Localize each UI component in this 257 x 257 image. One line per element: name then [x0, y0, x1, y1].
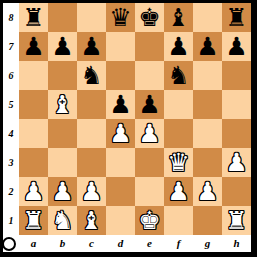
- square-h6[interactable]: [222, 61, 251, 90]
- rank-label-1: 1: [3, 206, 19, 235]
- square-h8[interactable]: ♜: [222, 3, 251, 32]
- piece-black-pawn[interactable]: ♟: [109, 90, 131, 119]
- piece-black-pawn[interactable]: ♟: [80, 32, 102, 61]
- square-b4[interactable]: [48, 119, 77, 148]
- square-a6[interactable]: [19, 61, 48, 90]
- square-f3[interactable]: ♛: [164, 148, 193, 177]
- square-g8[interactable]: [193, 3, 222, 32]
- file-label-b: b: [48, 235, 77, 252]
- piece-white-queen[interactable]: ♛: [167, 148, 189, 177]
- square-f6[interactable]: ♞: [164, 61, 193, 90]
- bottom-strip: abcdefgh: [3, 235, 251, 252]
- square-b2[interactable]: ♟: [48, 177, 77, 206]
- square-a4[interactable]: [19, 119, 48, 148]
- square-b5[interactable]: ♝: [48, 90, 77, 119]
- square-f7[interactable]: ♟: [164, 32, 193, 61]
- square-d2[interactable]: [106, 177, 135, 206]
- square-c4[interactable]: [77, 119, 106, 148]
- white-to-move-indicator: [2, 237, 16, 251]
- piece-black-pawn[interactable]: ♟: [167, 32, 189, 61]
- rank-label-8: 8: [3, 3, 19, 32]
- square-a3[interactable]: [19, 148, 48, 177]
- square-a1[interactable]: ♜: [19, 206, 48, 235]
- square-a5[interactable]: [19, 90, 48, 119]
- square-g1[interactable]: [193, 206, 222, 235]
- square-a2[interactable]: ♟: [19, 177, 48, 206]
- file-label-h: h: [222, 235, 251, 252]
- square-c1[interactable]: ♝: [77, 206, 106, 235]
- square-b6[interactable]: [48, 61, 77, 90]
- piece-black-rook[interactable]: ♜: [22, 3, 44, 32]
- square-h5[interactable]: [222, 90, 251, 119]
- square-h7[interactable]: ♟: [222, 32, 251, 61]
- square-b7[interactable]: ♟: [48, 32, 77, 61]
- square-a8[interactable]: ♜: [19, 3, 48, 32]
- square-h2[interactable]: [222, 177, 251, 206]
- square-g4[interactable]: [193, 119, 222, 148]
- square-e6[interactable]: [135, 61, 164, 90]
- square-c5[interactable]: [77, 90, 106, 119]
- piece-white-pawn[interactable]: ♟: [109, 119, 131, 148]
- square-f4[interactable]: [164, 119, 193, 148]
- piece-black-rook[interactable]: ♜: [225, 3, 247, 32]
- piece-white-pawn[interactable]: ♟: [196, 177, 218, 206]
- square-d5[interactable]: ♟: [106, 90, 135, 119]
- square-c8[interactable]: [77, 3, 106, 32]
- file-label-e: e: [135, 235, 164, 252]
- square-g6[interactable]: [193, 61, 222, 90]
- piece-black-pawn[interactable]: ♟: [138, 90, 160, 119]
- square-c6[interactable]: ♞: [77, 61, 106, 90]
- square-e4[interactable]: ♟: [135, 119, 164, 148]
- square-e5[interactable]: ♟: [135, 90, 164, 119]
- square-d7[interactable]: [106, 32, 135, 61]
- square-f5[interactable]: [164, 90, 193, 119]
- square-f8[interactable]: ♝: [164, 3, 193, 32]
- square-b8[interactable]: [48, 3, 77, 32]
- square-e2[interactable]: [135, 177, 164, 206]
- piece-black-pawn[interactable]: ♟: [196, 32, 218, 61]
- square-g3[interactable]: [193, 148, 222, 177]
- piece-white-pawn[interactable]: ♟: [138, 119, 160, 148]
- chess-board: ♜♛♚♝♜♟♟♟♟♟♟♞♞♝♟♟♟♟♛♟♟♟♟♟♟♜♞♝♚♜: [19, 3, 251, 235]
- square-h3[interactable]: ♟: [222, 148, 251, 177]
- square-a7[interactable]: ♟: [19, 32, 48, 61]
- square-e3[interactable]: [135, 148, 164, 177]
- square-f1[interactable]: [164, 206, 193, 235]
- rank-label-5: 5: [3, 90, 19, 119]
- square-e1[interactable]: ♚: [135, 206, 164, 235]
- file-label-g: g: [193, 235, 222, 252]
- square-d1[interactable]: [106, 206, 135, 235]
- piece-black-pawn[interactable]: ♟: [22, 32, 44, 61]
- piece-black-pawn[interactable]: ♟: [51, 32, 73, 61]
- piece-white-bishop[interactable]: ♝: [80, 206, 102, 235]
- piece-white-pawn[interactable]: ♟: [80, 177, 102, 206]
- piece-white-pawn[interactable]: ♟: [22, 177, 44, 206]
- rank-labels: 87654321: [3, 3, 19, 235]
- square-c2[interactable]: ♟: [77, 177, 106, 206]
- piece-black-bishop[interactable]: ♝: [167, 3, 189, 32]
- rank-label-3: 3: [3, 148, 19, 177]
- square-d4[interactable]: ♟: [106, 119, 135, 148]
- piece-black-pawn[interactable]: ♟: [225, 32, 247, 61]
- piece-white-pawn[interactable]: ♟: [51, 177, 73, 206]
- piece-white-pawn[interactable]: ♟: [167, 177, 189, 206]
- piece-black-knight[interactable]: ♞: [80, 61, 102, 90]
- square-d8[interactable]: ♛: [106, 3, 135, 32]
- square-g5[interactable]: [193, 90, 222, 119]
- square-h4[interactable]: [222, 119, 251, 148]
- rank-label-4: 4: [3, 119, 19, 148]
- square-c3[interactable]: [77, 148, 106, 177]
- piece-white-knight[interactable]: ♞: [51, 206, 73, 235]
- square-g7[interactable]: ♟: [193, 32, 222, 61]
- piece-black-queen[interactable]: ♛: [109, 3, 131, 32]
- square-f2[interactable]: ♟: [164, 177, 193, 206]
- square-d6[interactable]: [106, 61, 135, 90]
- file-label-f: f: [164, 235, 193, 252]
- square-b1[interactable]: ♞: [48, 206, 77, 235]
- piece-white-pawn[interactable]: ♟: [225, 148, 247, 177]
- square-d3[interactable]: [106, 148, 135, 177]
- rank-label-2: 2: [3, 177, 19, 206]
- rank-label-7: 7: [3, 32, 19, 61]
- file-label-c: c: [77, 235, 106, 252]
- piece-black-king[interactable]: ♚: [138, 3, 160, 32]
- piece-white-rook[interactable]: ♜: [22, 206, 44, 235]
- file-label-a: a: [19, 235, 48, 252]
- board-frame: 87654321 ♜♛♚♝♜♟♟♟♟♟♟♞♞♝♟♟♟♟♛♟♟♟♟♟♟♜♞♝♚♜ …: [0, 0, 257, 257]
- piece-white-bishop[interactable]: ♝: [51, 90, 73, 119]
- square-e7[interactable]: [135, 32, 164, 61]
- piece-white-king[interactable]: ♚: [138, 206, 160, 235]
- diagram: 87654321 ♜♛♚♝♜♟♟♟♟♟♟♞♞♝♟♟♟♟♛♟♟♟♟♟♟♜♞♝♚♜ …: [3, 3, 251, 252]
- file-label-d: d: [106, 235, 135, 252]
- square-g2[interactable]: ♟: [193, 177, 222, 206]
- square-h1[interactable]: ♜: [222, 206, 251, 235]
- square-b3[interactable]: [48, 148, 77, 177]
- square-c7[interactable]: ♟: [77, 32, 106, 61]
- rank-label-6: 6: [3, 61, 19, 90]
- piece-white-rook[interactable]: ♜: [225, 206, 247, 235]
- square-e8[interactable]: ♚: [135, 3, 164, 32]
- piece-black-knight[interactable]: ♞: [167, 61, 189, 90]
